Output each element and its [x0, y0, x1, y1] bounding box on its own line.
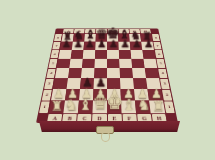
square-a1: ♜ [49, 101, 65, 114]
piece-white-pawn-f2: ♟ [123, 88, 134, 100]
square-f4 [120, 68, 133, 78]
square-f1: ♝ [121, 101, 136, 114]
board-perspective-scene: ABCDEFGH ABCDEFGH 87654321 87654321 ♜♞♝♛… [36, 0, 178, 123]
piece-black-pawn-a7: ♟ [61, 39, 70, 49]
piece-white-bishop-c1: ♝ [78, 97, 92, 112]
piece-white-queen-d1: ♛ [92, 95, 108, 112]
board-frame-file-labels: ABCDEFGH [47, 114, 167, 122]
square-e6 [107, 50, 119, 59]
coordinate-label-d: D [96, 29, 106, 33]
coordinate-label-c: C [85, 29, 96, 33]
square-b5 [69, 59, 82, 68]
coordinate-label-7: 7 [153, 42, 161, 50]
coordinate-label-2: 2 [162, 90, 172, 101]
piece-black-pawn-f7: ♟ [120, 39, 129, 49]
square-d7: ♟ [95, 42, 107, 50]
square-h4 [145, 68, 159, 78]
piece-black-pawn-e7: ♟ [108, 39, 117, 49]
square-c8: ♝ [84, 34, 96, 42]
square-b7: ♟ [72, 42, 84, 50]
coordinate-label-f: F [118, 29, 129, 33]
square-c4 [81, 68, 94, 78]
coordinate-label-5: 5 [156, 59, 165, 68]
square-b2: ♟ [65, 89, 80, 101]
piece-black-pawn-g7: ♟ [132, 39, 141, 49]
square-b8: ♞ [73, 34, 85, 42]
coordinate-label-c: C [77, 114, 91, 122]
square-d6 [95, 50, 107, 59]
piece-black-pawn-h7: ♟ [144, 39, 153, 49]
coordinate-label-g: G [137, 114, 152, 122]
coordinate-label-d: D [92, 114, 106, 122]
square-e1: ♚ [107, 101, 122, 114]
square-d3: ♟ [94, 78, 107, 89]
square-e5 [107, 59, 120, 68]
square-h6 [142, 50, 155, 59]
coordinate-label-a: A [63, 29, 74, 33]
coordinate-label-8: 8 [152, 34, 160, 41]
chess-board: ABCDEFGH ABCDEFGH 87654321 87654321 ♜♞♝♛… [36, 29, 178, 123]
coordinate-label-e: E [107, 114, 121, 122]
square-c7: ♟ [83, 42, 95, 50]
square-b6 [71, 50, 84, 59]
piece-white-pawn-a2: ♟ [53, 88, 64, 100]
coordinate-label-a: A [47, 114, 62, 122]
square-e4 [107, 68, 120, 78]
board-frame-top-labels: ABCDEFGH [63, 29, 151, 33]
piece-white-rook-a1: ♜ [50, 99, 62, 113]
coordinate-label-f: F [122, 114, 136, 122]
piece-white-pawn-g2: ♟ [136, 88, 147, 100]
square-f5 [119, 59, 132, 68]
square-f3 [120, 78, 134, 89]
clasp-loop-icon [101, 132, 110, 142]
square-h5 [143, 59, 157, 68]
coordinate-label-4: 4 [158, 68, 168, 77]
coordinate-label-6: 6 [155, 50, 164, 58]
piece-white-pawn-h2: ♟ [150, 88, 161, 100]
coordinate-label-h: H [152, 114, 167, 122]
piece-white-rook-h1: ♜ [152, 99, 164, 113]
piece-black-pawn-d3: ♟ [95, 77, 105, 89]
square-b1: ♞ [63, 101, 79, 114]
chess-set-photo: ABCDEFGH ABCDEFGH 87654321 87654321 ♜♞♝♛… [0, 0, 215, 160]
piece-white-knight-b1: ♞ [64, 98, 77, 113]
piece-black-pawn-b7: ♟ [73, 39, 82, 49]
square-e7: ♟ [107, 42, 119, 50]
piece-white-pawn-b2: ♟ [67, 88, 78, 100]
square-h7: ♟ [141, 42, 154, 50]
square-f2: ♟ [120, 89, 135, 101]
square-h3 [146, 78, 161, 89]
piece-black-pawn-d7: ♟ [97, 39, 106, 49]
square-e2: ♟ [107, 89, 121, 101]
square-f6 [119, 50, 132, 59]
coordinate-label-b: B [74, 29, 85, 33]
square-h2: ♟ [147, 89, 163, 101]
square-d4 [94, 68, 107, 78]
coordinate-label-h: H [140, 29, 151, 33]
coordinate-label-g: G [129, 29, 140, 33]
square-c1: ♝ [78, 101, 93, 114]
square-c5 [82, 59, 95, 68]
square-e3 [107, 78, 120, 89]
square-c2: ♟ [79, 89, 94, 101]
piece-white-bishop-f1: ♝ [122, 97, 136, 112]
coordinate-label-1: 1 [164, 101, 175, 113]
piece-white-knight-g1: ♞ [137, 98, 150, 113]
square-h8: ♜ [140, 34, 152, 42]
square-d8: ♛ [96, 34, 107, 42]
square-d1: ♛ [92, 101, 107, 114]
coordinate-label-b: B [62, 114, 77, 122]
coordinate-label-e: E [107, 29, 117, 33]
square-f8: ♝ [118, 34, 130, 42]
square-e8: ♚ [107, 34, 118, 42]
square-c6 [83, 50, 96, 59]
piece-white-pawn-e2: ♟ [109, 88, 120, 100]
square-d5 [94, 59, 107, 68]
square-a2: ♟ [51, 89, 67, 101]
piece-black-pawn-c3: ♟ [82, 77, 92, 89]
square-c3: ♟ [80, 78, 94, 89]
square-b3 [67, 78, 81, 89]
square-d2: ♟ [93, 89, 107, 101]
board-squares: ♜♞♝♛♚♝♞♜♟♟♟♟♟♟♟♟♟♟♟♟♟♟♟♟♟♟♜♞♝♛♚♝♞♜ [49, 34, 166, 113]
square-h1: ♜ [149, 101, 165, 114]
piece-black-pawn-c7: ♟ [85, 39, 94, 49]
coordinate-label-1: 1 [39, 101, 50, 113]
coordinate-label-3: 3 [160, 79, 170, 89]
square-b4 [68, 68, 82, 78]
square-f7: ♟ [118, 42, 130, 50]
piece-white-pawn-d2: ♟ [95, 88, 106, 100]
piece-white-pawn-c2: ♟ [81, 88, 92, 100]
square-g1: ♞ [135, 101, 151, 114]
